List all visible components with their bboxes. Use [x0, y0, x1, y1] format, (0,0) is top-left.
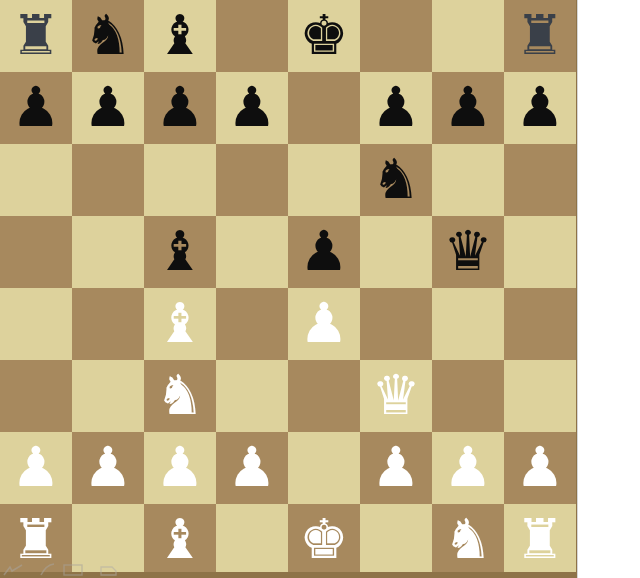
black-knight-piece[interactable]: ♞	[360, 144, 432, 216]
white-pawn-piece[interactable]: ♟	[288, 288, 360, 360]
square-d8[interactable]	[216, 0, 288, 72]
square-h5[interactable]	[504, 216, 576, 288]
square-b4[interactable]	[72, 288, 144, 360]
square-b6[interactable]	[72, 144, 144, 216]
black-queen-piece[interactable]: ♛	[432, 216, 504, 288]
black-pawn-piece[interactable]: ♟	[0, 72, 72, 144]
square-e8[interactable]: ♚	[288, 0, 360, 72]
right-side-panel	[577, 0, 640, 578]
black-pawn-piece[interactable]: ♟	[216, 72, 288, 144]
square-c5[interactable]: ♝	[144, 216, 216, 288]
white-bishop-piece[interactable]: ♝	[144, 288, 216, 360]
square-a3[interactable]	[0, 360, 72, 432]
black-pawn-piece[interactable]: ♟	[144, 72, 216, 144]
square-e4[interactable]: ♟	[288, 288, 360, 360]
square-h2[interactable]: ♟	[504, 432, 576, 504]
square-g3[interactable]	[432, 360, 504, 432]
square-g8[interactable]	[432, 0, 504, 72]
square-d7[interactable]: ♟	[216, 72, 288, 144]
black-rook-piece[interactable]: ♜	[0, 0, 72, 72]
square-f7[interactable]: ♟	[360, 72, 432, 144]
square-c4[interactable]: ♝	[144, 288, 216, 360]
square-e1[interactable]: ♚	[288, 504, 360, 576]
square-g6[interactable]	[432, 144, 504, 216]
square-f2[interactable]: ♟	[360, 432, 432, 504]
page-icon[interactable]	[98, 561, 122, 577]
square-f4[interactable]	[360, 288, 432, 360]
square-h7[interactable]: ♟	[504, 72, 576, 144]
square-h3[interactable]	[504, 360, 576, 432]
white-knight-piece[interactable]: ♞	[144, 360, 216, 432]
square-d4[interactable]	[216, 288, 288, 360]
square-a4[interactable]	[0, 288, 72, 360]
black-pawn-piece[interactable]: ♟	[432, 72, 504, 144]
square-c2[interactable]: ♟	[144, 432, 216, 504]
square-f6[interactable]: ♞	[360, 144, 432, 216]
square-e7[interactable]	[288, 72, 360, 144]
square-f1[interactable]	[360, 504, 432, 576]
white-pawn-piece[interactable]: ♟	[0, 432, 72, 504]
square-g7[interactable]: ♟	[432, 72, 504, 144]
black-bishop-piece[interactable]: ♝	[144, 0, 216, 72]
square-d3[interactable]	[216, 360, 288, 432]
chess-board-container: ♜♞♝♚♜♟♟♟♟♟♟♟♞♝♟♛♝♟♞♛♟♟♟♟♟♟♟♜♝♚♞♜	[0, 0, 577, 578]
square-h1[interactable]: ♜	[504, 504, 576, 576]
square-b7[interactable]: ♟	[72, 72, 144, 144]
white-pawn-piece[interactable]: ♟	[144, 432, 216, 504]
pencil-icon[interactable]	[38, 561, 58, 577]
square-g5[interactable]: ♛	[432, 216, 504, 288]
white-rook-piece[interactable]: ♜	[504, 504, 576, 576]
square-h4[interactable]	[504, 288, 576, 360]
white-pawn-piece[interactable]: ♟	[360, 432, 432, 504]
square-c8[interactable]: ♝	[144, 0, 216, 72]
square-a5[interactable]	[0, 216, 72, 288]
black-pawn-piece[interactable]: ♟	[72, 72, 144, 144]
square-b3[interactable]	[72, 360, 144, 432]
square-e3[interactable]	[288, 360, 360, 432]
square-d6[interactable]	[216, 144, 288, 216]
square-f8[interactable]	[360, 0, 432, 72]
black-knight-piece[interactable]: ♞	[72, 0, 144, 72]
chess-board: ♜♞♝♚♜♟♟♟♟♟♟♟♞♝♟♛♝♟♞♛♟♟♟♟♟♟♟♜♝♚♞♜	[0, 0, 576, 576]
square-c6[interactable]	[144, 144, 216, 216]
square-e5[interactable]: ♟	[288, 216, 360, 288]
black-king-piece[interactable]: ♚	[288, 0, 360, 72]
square-a7[interactable]: ♟	[0, 72, 72, 144]
rectangle-icon[interactable]	[62, 561, 86, 577]
square-a8[interactable]: ♜	[0, 0, 72, 72]
black-rook-piece[interactable]: ♜	[504, 0, 576, 72]
square-g1[interactable]: ♞	[432, 504, 504, 576]
square-h8[interactable]: ♜	[504, 0, 576, 72]
white-pawn-piece[interactable]: ♟	[72, 432, 144, 504]
square-d5[interactable]	[216, 216, 288, 288]
black-pawn-piece[interactable]: ♟	[504, 72, 576, 144]
undo-arrow-icon[interactable]	[2, 561, 28, 577]
white-pawn-piece[interactable]: ♟	[432, 432, 504, 504]
white-pawn-piece[interactable]: ♟	[504, 432, 576, 504]
square-f5[interactable]	[360, 216, 432, 288]
white-knight-piece[interactable]: ♞	[432, 504, 504, 576]
square-c3[interactable]: ♞	[144, 360, 216, 432]
white-king-piece[interactable]: ♚	[288, 504, 360, 576]
black-pawn-piece[interactable]: ♟	[288, 216, 360, 288]
black-pawn-piece[interactable]: ♟	[360, 72, 432, 144]
square-g4[interactable]	[432, 288, 504, 360]
white-pawn-piece[interactable]: ♟	[216, 432, 288, 504]
square-d2[interactable]: ♟	[216, 432, 288, 504]
square-e2[interactable]	[288, 432, 360, 504]
square-g2[interactable]: ♟	[432, 432, 504, 504]
square-c7[interactable]: ♟	[144, 72, 216, 144]
square-e6[interactable]	[288, 144, 360, 216]
square-a2[interactable]: ♟	[0, 432, 72, 504]
square-b2[interactable]: ♟	[72, 432, 144, 504]
square-b8[interactable]: ♞	[72, 0, 144, 72]
black-bishop-piece[interactable]: ♝	[144, 216, 216, 288]
square-b5[interactable]	[72, 216, 144, 288]
white-queen-piece[interactable]: ♛	[360, 360, 432, 432]
cutoff-toolbar	[0, 561, 260, 578]
square-a6[interactable]	[0, 144, 72, 216]
square-f3[interactable]: ♛	[360, 360, 432, 432]
square-h6[interactable]	[504, 144, 576, 216]
